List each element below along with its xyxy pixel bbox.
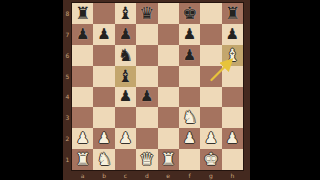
file-label-d: d <box>136 170 157 180</box>
square-b8[interactable] <box>93 3 114 24</box>
square-a7[interactable]: ♟ <box>72 24 93 45</box>
square-c3[interactable] <box>115 107 136 128</box>
chess-board-frame: 87654321 abcdefgh ♜♝♛♚♜♟♟♟♟♟♞♟♝♝♟♟♞♟♟♟♟♟… <box>63 0 250 180</box>
piece-white-pawn[interactable]: ♟ <box>97 131 110 146</box>
square-b5[interactable] <box>93 66 114 87</box>
chess-app-screenshot: 87654321 abcdefgh ♜♝♛♚♜♟♟♟♟♟♞♟♝♝♟♟♞♟♟♟♟♟… <box>0 0 320 180</box>
file-label-g: g <box>200 170 221 180</box>
square-g6[interactable] <box>200 45 221 66</box>
square-d7[interactable] <box>136 24 157 45</box>
piece-white-knight[interactable]: ♞ <box>96 151 111 168</box>
square-e8[interactable] <box>158 3 179 24</box>
square-f7[interactable]: ♟ <box>179 24 200 45</box>
square-d1[interactable]: ♛ <box>136 149 157 170</box>
rank-labels: 87654321 <box>63 3 72 170</box>
square-e5[interactable] <box>158 66 179 87</box>
file-labels: abcdefgh <box>72 170 243 180</box>
square-e2[interactable] <box>158 128 179 149</box>
piece-white-bishop[interactable]: ♝ <box>225 47 240 64</box>
square-c7[interactable]: ♟ <box>115 24 136 45</box>
square-b2[interactable]: ♟ <box>93 128 114 149</box>
piece-white-pawn[interactable]: ♟ <box>183 131 196 146</box>
square-g4[interactable] <box>200 87 221 108</box>
square-d2[interactable] <box>136 128 157 149</box>
square-d4[interactable]: ♟ <box>136 87 157 108</box>
piece-black-rook[interactable]: ♜ <box>225 5 240 22</box>
square-f4[interactable] <box>179 87 200 108</box>
square-d6[interactable] <box>136 45 157 66</box>
rank-label-1: 1 <box>63 149 72 170</box>
piece-black-king[interactable]: ♚ <box>182 5 197 22</box>
square-g7[interactable] <box>200 24 221 45</box>
square-f6[interactable]: ♟ <box>179 45 200 66</box>
piece-black-pawn[interactable]: ♟ <box>140 89 153 104</box>
square-f5[interactable] <box>179 66 200 87</box>
piece-white-king[interactable]: ♚ <box>203 151 218 168</box>
file-label-f: f <box>179 170 200 180</box>
rank-label-7: 7 <box>63 24 72 45</box>
square-g2[interactable]: ♟ <box>200 128 221 149</box>
piece-black-queen[interactable]: ♛ <box>139 5 154 22</box>
square-c6[interactable]: ♞ <box>115 45 136 66</box>
square-h7[interactable]: ♟ <box>222 24 243 45</box>
piece-black-pawn[interactable]: ♟ <box>119 89 132 104</box>
square-b1[interactable]: ♞ <box>93 149 114 170</box>
square-d8[interactable]: ♛ <box>136 3 157 24</box>
square-e1[interactable]: ♜ <box>158 149 179 170</box>
rank-label-6: 6 <box>63 45 72 66</box>
rank-label-3: 3 <box>63 107 72 128</box>
piece-white-pawn[interactable]: ♟ <box>76 131 89 146</box>
square-h4[interactable] <box>222 87 243 108</box>
square-h5[interactable] <box>222 66 243 87</box>
piece-black-pawn[interactable]: ♟ <box>76 27 89 42</box>
square-e4[interactable] <box>158 87 179 108</box>
square-c8[interactable]: ♝ <box>115 3 136 24</box>
rank-label-4: 4 <box>63 87 72 108</box>
square-f1[interactable] <box>179 149 200 170</box>
square-c1[interactable] <box>115 149 136 170</box>
square-g5[interactable] <box>200 66 221 87</box>
file-label-e: e <box>158 170 179 180</box>
rank-label-8: 8 <box>63 3 72 24</box>
piece-black-pawn[interactable]: ♟ <box>97 27 110 42</box>
file-label-b: b <box>93 170 114 180</box>
square-f3[interactable]: ♞ <box>179 107 200 128</box>
square-b7[interactable]: ♟ <box>93 24 114 45</box>
file-label-a: a <box>72 170 93 180</box>
square-a1[interactable]: ♜ <box>72 149 93 170</box>
square-a8[interactable]: ♜ <box>72 3 93 24</box>
square-c2[interactable]: ♟ <box>115 128 136 149</box>
rank-label-2: 2 <box>63 128 72 149</box>
square-c5[interactable]: ♝ <box>115 66 136 87</box>
square-e6[interactable] <box>158 45 179 66</box>
square-f8[interactable]: ♚ <box>179 3 200 24</box>
square-a4[interactable] <box>72 87 93 108</box>
square-g3[interactable] <box>200 107 221 128</box>
piece-black-pawn[interactable]: ♟ <box>183 48 196 63</box>
file-label-c: c <box>115 170 136 180</box>
square-e3[interactable] <box>158 107 179 128</box>
square-g8[interactable] <box>200 3 221 24</box>
square-a3[interactable] <box>72 107 93 128</box>
square-h3[interactable] <box>222 107 243 128</box>
piece-black-rook[interactable]: ♜ <box>75 5 90 22</box>
square-d3[interactable] <box>136 107 157 128</box>
piece-white-pawn[interactable]: ♟ <box>204 131 217 146</box>
square-b4[interactable] <box>93 87 114 108</box>
square-h1[interactable] <box>222 149 243 170</box>
rank-label-5: 5 <box>63 66 72 87</box>
square-h2[interactable]: ♟ <box>222 128 243 149</box>
square-g1[interactable]: ♚ <box>200 149 221 170</box>
piece-black-bishop[interactable]: ♝ <box>118 68 133 85</box>
piece-black-pawn[interactable]: ♟ <box>119 27 132 42</box>
piece-white-pawn[interactable]: ♟ <box>119 131 132 146</box>
piece-black-bishop[interactable]: ♝ <box>118 5 133 22</box>
piece-white-pawn[interactable]: ♟ <box>226 131 239 146</box>
chess-board: ♜♝♛♚♜♟♟♟♟♟♞♟♝♝♟♟♞♟♟♟♟♟♟♜♞♛♜♚ <box>72 3 243 170</box>
square-a2[interactable]: ♟ <box>72 128 93 149</box>
piece-white-knight[interactable]: ♞ <box>182 109 197 126</box>
square-b6[interactable] <box>93 45 114 66</box>
piece-black-pawn[interactable]: ♟ <box>226 27 239 42</box>
file-label-h: h <box>222 170 243 180</box>
piece-white-rook[interactable]: ♜ <box>161 151 176 168</box>
square-h6[interactable]: ♝ <box>222 45 243 66</box>
piece-white-queen[interactable]: ♛ <box>139 151 154 168</box>
piece-black-knight[interactable]: ♞ <box>118 47 133 64</box>
piece-white-rook[interactable]: ♜ <box>75 151 90 168</box>
square-a5[interactable] <box>72 66 93 87</box>
piece-black-pawn[interactable]: ♟ <box>183 27 196 42</box>
square-a6[interactable] <box>72 45 93 66</box>
square-c4[interactable]: ♟ <box>115 87 136 108</box>
square-f2[interactable]: ♟ <box>179 128 200 149</box>
square-e7[interactable] <box>158 24 179 45</box>
square-d5[interactable] <box>136 66 157 87</box>
square-h8[interactable]: ♜ <box>222 3 243 24</box>
square-b3[interactable] <box>93 107 114 128</box>
